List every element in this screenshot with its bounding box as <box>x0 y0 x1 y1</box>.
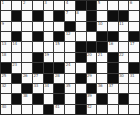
letter-cell-r9c7[interactable]: 35 <box>65 84 75 93</box>
letter-cell-r6c9[interactable]: 20 <box>87 53 97 62</box>
clue-number-4: 4 <box>66 1 68 5</box>
letter-cell-r9c5[interactable]: 34 <box>44 84 54 93</box>
letter-cell-r2c13[interactable] <box>129 11 139 20</box>
clue-number-22: 22 <box>119 53 124 57</box>
clue-number-32: 32 <box>2 84 7 88</box>
clue-number-42: 42 <box>87 105 92 109</box>
letter-cell-r6c6[interactable] <box>54 53 64 62</box>
blocked-cell-r8c2 <box>12 74 22 83</box>
clue-number-24: 24 <box>66 63 71 67</box>
letter-cell-r8c10[interactable] <box>97 74 107 83</box>
blocked-cell-r8c8 <box>76 74 86 83</box>
clue-number-6: 6 <box>130 1 132 5</box>
letter-cell-r4c7[interactable]: 12 <box>65 32 75 41</box>
letter-cell-r9c2[interactable] <box>12 84 22 93</box>
blocked-cell-r4c10 <box>97 32 107 41</box>
blocked-cell-r5c10 <box>97 42 107 51</box>
clue-number-21: 21 <box>98 53 103 57</box>
letter-cell-r10c13[interactable] <box>129 94 139 103</box>
blocked-cell-r10c2 <box>12 94 22 103</box>
blocked-cell-r9c9 <box>87 84 97 93</box>
letter-cell-r3c5[interactable] <box>44 22 54 31</box>
letter-cell-r3c8[interactable] <box>76 22 86 31</box>
letter-cell-r3c4[interactable] <box>33 22 43 31</box>
blocked-cell-r7c6 <box>54 63 64 72</box>
blocked-cell-r10c8 <box>76 94 86 103</box>
clue-number-37: 37 <box>108 84 113 88</box>
letter-cell-r6c5[interactable]: 19 <box>44 53 54 62</box>
clue-number-1: 1 <box>2 1 4 5</box>
blocked-cell-r10c4 <box>33 94 43 103</box>
letter-cell-r10c1[interactable] <box>1 94 11 103</box>
blocked-cell-r7c1 <box>1 63 11 72</box>
clue-number-11: 11 <box>119 22 124 26</box>
letter-cell-r4c5[interactable] <box>44 32 54 41</box>
letter-cell-r3c11[interactable] <box>108 22 118 31</box>
letter-cell-r6c13[interactable] <box>129 53 139 62</box>
letter-cell-r8c12[interactable]: 30 <box>119 74 129 83</box>
letter-cell-r5c13[interactable]: 17 <box>129 42 139 51</box>
letter-cell-r11c9[interactable]: 42 <box>87 105 97 114</box>
letter-cell-r6c7[interactable] <box>65 53 75 62</box>
letter-cell-r4c3[interactable] <box>22 32 32 41</box>
letter-cell-r10c11[interactable] <box>108 94 118 103</box>
blocked-cell-r10c6 <box>54 94 64 103</box>
letter-cell-r10c3[interactable]: 38 <box>22 94 32 103</box>
blocked-cell-r4c4 <box>33 32 43 41</box>
clue-number-35: 35 <box>66 84 71 88</box>
blocked-cell-r6c11 <box>108 53 118 62</box>
letter-cell-r3c10[interactable]: 10 <box>97 22 107 31</box>
blocked-cell-r4c6 <box>54 32 64 41</box>
blocked-cell-r8c5 <box>44 74 54 83</box>
letter-cell-r9c10[interactable]: 36 <box>97 84 107 93</box>
blocked-cell-r9c6 <box>54 84 64 93</box>
clue-number-15: 15 <box>55 42 60 46</box>
letter-cell-r3c13[interactable] <box>129 22 139 31</box>
blocked-cell-r9c3 <box>22 84 32 93</box>
blocked-cell-r7c4 <box>33 63 43 72</box>
letter-cell-r7c3[interactable] <box>22 63 32 72</box>
letter-cell-r11c1[interactable]: 40 <box>1 105 11 114</box>
clue-number-8: 8 <box>76 11 78 15</box>
letter-cell-r1c2[interactable] <box>12 1 22 10</box>
letter-cell-r8c4[interactable]: 27 <box>33 74 43 83</box>
blocked-cell-r7c13 <box>129 63 139 72</box>
crossword-puzzle: 1234567891011121314151617181920212223242… <box>0 0 140 115</box>
clue-number-12: 12 <box>66 32 71 36</box>
blocked-cell-r10c10 <box>97 94 107 103</box>
clue-number-34: 34 <box>44 84 49 88</box>
blocked-cell-r4c11 <box>108 32 118 41</box>
blocked-cell-r11c8 <box>76 105 86 114</box>
letter-cell-r5c6[interactable]: 15 <box>54 42 64 51</box>
letter-cell-r2c5[interactable] <box>44 11 54 20</box>
clue-number-18: 18 <box>2 53 7 57</box>
clue-number-10: 10 <box>98 22 103 26</box>
letter-cell-r7c10[interactable] <box>97 63 107 72</box>
blocked-cell-r6c8 <box>76 53 86 62</box>
letter-cell-r1c10[interactable]: 5 <box>97 1 107 10</box>
clue-number-33: 33 <box>34 84 39 88</box>
clue-number-19: 19 <box>44 53 49 57</box>
letter-cell-r7c12[interactable] <box>119 63 129 72</box>
blocked-cell-r1c8 <box>76 1 86 10</box>
blocked-cell-r2c6 <box>54 11 64 20</box>
blocked-cell-r2c2 <box>12 11 22 20</box>
letter-cell-r2c7[interactable]: 7 <box>65 11 75 20</box>
letter-cell-r4c9[interactable] <box>87 32 97 41</box>
letter-cell-r5c1[interactable]: 13 <box>1 42 11 51</box>
letter-cell-r3c1[interactable]: 9 <box>1 22 11 31</box>
letter-cell-r9c8[interactable] <box>76 84 86 93</box>
letter-cell-r11c7[interactable] <box>65 105 75 114</box>
letter-cell-r5c11[interactable]: 16 <box>108 42 118 51</box>
blocked-cell-r2c11 <box>108 11 118 20</box>
clue-number-28: 28 <box>55 74 60 78</box>
letter-cell-r1c1[interactable]: 1 <box>1 1 11 10</box>
letter-cell-r1c3[interactable]: 2 <box>22 1 32 10</box>
clue-number-14: 14 <box>12 42 17 46</box>
clue-number-13: 13 <box>2 42 7 46</box>
clue-number-5: 5 <box>98 1 100 5</box>
letter-cell-r11c6[interactable]: 41 <box>54 105 64 114</box>
letter-cell-r6c10[interactable]: 21 <box>97 53 107 62</box>
letter-cell-r8c7[interactable] <box>65 74 75 83</box>
letter-cell-r10c9[interactable]: 39 <box>87 94 97 103</box>
letter-cell-r6c3[interactable] <box>22 53 32 62</box>
letter-cell-r1c12[interactable] <box>119 1 129 10</box>
clue-number-41: 41 <box>55 105 60 109</box>
letter-cell-r8c6[interactable]: 28 <box>54 74 64 83</box>
letter-cell-r4c12[interactable] <box>119 32 129 41</box>
letter-cell-r2c1[interactable] <box>1 11 11 20</box>
letter-cell-r5c12[interactable] <box>119 42 129 51</box>
blocked-cell-r3c7 <box>65 22 75 31</box>
letter-cell-r2c10[interactable] <box>97 11 107 20</box>
letter-cell-r11c4[interactable] <box>33 105 43 114</box>
letter-cell-r7c7[interactable]: 24 <box>65 63 75 72</box>
blocked-cell-r4c2 <box>12 32 22 41</box>
letter-cell-r1c13[interactable]: 6 <box>129 1 139 10</box>
letter-cell-r10c5[interactable] <box>44 94 54 103</box>
clue-number-17: 17 <box>130 42 135 46</box>
letter-cell-r8c3[interactable]: 26 <box>22 74 32 83</box>
clue-number-26: 26 <box>23 74 28 78</box>
letter-cell-r11c10[interactable] <box>97 105 107 114</box>
letter-cell-r6c1[interactable]: 18 <box>1 53 11 62</box>
letter-cell-r9c4[interactable]: 33 <box>33 84 43 93</box>
letter-cell-r7c2[interactable]: 23 <box>12 63 22 72</box>
letter-cell-r6c2[interactable] <box>12 53 22 62</box>
letter-cell-r5c3[interactable] <box>22 42 32 51</box>
letter-cell-r9c11[interactable]: 37 <box>108 84 118 93</box>
clue-number-29: 29 <box>87 74 92 78</box>
blocked-cell-r8c11 <box>108 74 118 83</box>
letter-cell-r8c1[interactable]: 25 <box>1 74 11 83</box>
letter-cell-r8c9[interactable]: 29 <box>87 74 97 83</box>
blocked-cell-r3c9 <box>87 22 97 31</box>
blocked-cell-r7c11 <box>108 63 118 72</box>
letter-cell-r4c1[interactable] <box>1 32 11 41</box>
crossword-board: 1234567891011121314151617181920212223242… <box>0 0 140 115</box>
blocked-cell-r11c5 <box>44 105 54 114</box>
clue-number-38: 38 <box>23 94 28 98</box>
letter-cell-r9c1[interactable]: 32 <box>1 84 11 93</box>
letter-cell-r6c12[interactable]: 22 <box>119 53 129 62</box>
letter-cell-r3c2[interactable] <box>12 22 22 31</box>
letter-cell-r3c3[interactable] <box>22 22 32 31</box>
letter-cell-r11c3[interactable] <box>22 105 32 114</box>
letter-cell-r5c4[interactable] <box>33 42 43 51</box>
blocked-cell-r2c4 <box>33 11 43 20</box>
letter-cell-r3c12[interactable]: 11 <box>119 22 129 31</box>
clue-number-40: 40 <box>2 105 7 109</box>
clue-number-23: 23 <box>12 63 17 67</box>
blocked-cell-r2c9 <box>87 11 97 20</box>
letter-cell-r3c6[interactable] <box>54 22 64 31</box>
clue-number-20: 20 <box>87 53 92 57</box>
clue-number-36: 36 <box>98 84 103 88</box>
clue-number-39: 39 <box>87 94 92 98</box>
letter-cell-r2c3[interactable] <box>22 11 32 20</box>
letter-cell-r9c13[interactable] <box>129 84 139 93</box>
letter-cell-r5c5[interactable] <box>44 42 54 51</box>
clue-number-25: 25 <box>2 74 7 78</box>
letter-cell-r4c8[interactable] <box>76 32 86 41</box>
blocked-cell-r2c12 <box>119 11 129 20</box>
letter-cell-r9c12[interactable] <box>119 84 129 93</box>
letter-cell-r11c2[interactable] <box>12 105 22 114</box>
letter-cell-r7c8[interactable] <box>76 63 86 72</box>
letter-cell-r11c11[interactable] <box>108 105 118 114</box>
blocked-cell-r10c12 <box>119 94 129 103</box>
blocked-cell-r4c13 <box>129 32 139 41</box>
blocked-cell-r5c9 <box>87 42 97 51</box>
letter-cell-r1c7[interactable]: 4 <box>65 1 75 10</box>
letter-cell-r8c13[interactable]: 31 <box>129 74 139 83</box>
letter-cell-r11c12[interactable] <box>119 105 129 114</box>
clue-number-16: 16 <box>108 42 113 46</box>
letter-cell-r5c2[interactable]: 14 <box>12 42 22 51</box>
clue-number-7: 7 <box>66 11 68 15</box>
clue-number-27: 27 <box>34 74 39 78</box>
clue-number-2: 2 <box>23 1 25 5</box>
letter-cell-r1c5[interactable]: 3 <box>44 1 54 10</box>
blocked-cell-r1c9 <box>87 1 97 10</box>
clue-number-30: 30 <box>119 74 124 78</box>
letter-cell-r10c7[interactable] <box>65 94 75 103</box>
letter-cell-r11c13[interactable] <box>129 105 139 114</box>
clue-number-3: 3 <box>44 1 46 5</box>
blocked-cell-r7c5 <box>44 63 54 72</box>
blocked-cell-r6c4 <box>33 53 43 62</box>
letter-cell-r1c6[interactable] <box>54 1 64 10</box>
blocked-cell-r7c9 <box>87 63 97 72</box>
letter-cell-r2c8[interactable]: 8 <box>76 11 86 20</box>
clue-number-9: 9 <box>2 22 4 26</box>
letter-cell-r1c11[interactable] <box>108 1 118 10</box>
letter-cell-r5c7[interactable] <box>65 42 75 51</box>
blocked-cell-r5c8 <box>76 42 86 51</box>
clue-number-31: 31 <box>130 74 135 78</box>
letter-cell-r1c4[interactable] <box>33 1 43 10</box>
